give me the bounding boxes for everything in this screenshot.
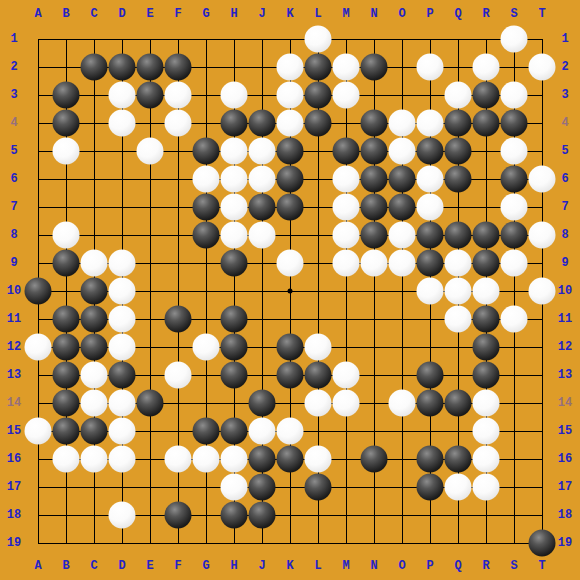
col-label-top-C: C bbox=[90, 7, 97, 21]
black-stone-P16[interactable] bbox=[417, 446, 444, 473]
col-label-bottom-D: D bbox=[118, 559, 125, 573]
col-label-top-N: N bbox=[370, 7, 377, 21]
white-stone-K4[interactable] bbox=[277, 110, 304, 137]
black-stone-G5[interactable] bbox=[193, 138, 220, 165]
col-label-top-E: E bbox=[146, 7, 153, 21]
black-stone-P5[interactable] bbox=[417, 138, 444, 165]
black-stone-K13[interactable] bbox=[277, 362, 304, 389]
white-stone-K2[interactable] bbox=[277, 54, 304, 81]
black-stone-H13[interactable] bbox=[221, 362, 248, 389]
black-stone-H12[interactable] bbox=[221, 334, 248, 361]
row-label-left-10: 10 bbox=[7, 284, 21, 298]
black-stone-B12[interactable] bbox=[53, 334, 80, 361]
white-stone-H17[interactable] bbox=[221, 474, 248, 501]
white-stone-Q3[interactable] bbox=[445, 82, 472, 109]
white-stone-C13[interactable] bbox=[81, 362, 108, 389]
white-stone-M13[interactable] bbox=[333, 362, 360, 389]
white-stone-O9[interactable] bbox=[389, 250, 416, 277]
black-stone-M5[interactable] bbox=[333, 138, 360, 165]
white-stone-S5[interactable] bbox=[501, 138, 528, 165]
white-stone-B8[interactable] bbox=[53, 222, 80, 249]
white-stone-R10[interactable] bbox=[473, 278, 500, 305]
star-point-K10 bbox=[288, 289, 293, 294]
black-stone-E2[interactable] bbox=[137, 54, 164, 81]
white-stone-O14[interactable] bbox=[389, 390, 416, 417]
black-stone-G8[interactable] bbox=[193, 222, 220, 249]
row-label-left-16: 16 bbox=[7, 452, 21, 466]
white-stone-G16[interactable] bbox=[193, 446, 220, 473]
black-stone-P8[interactable] bbox=[417, 222, 444, 249]
black-stone-B11[interactable] bbox=[53, 306, 80, 333]
white-stone-C14[interactable] bbox=[81, 390, 108, 417]
black-stone-J14[interactable] bbox=[249, 390, 276, 417]
row-label-left-6: 6 bbox=[10, 172, 17, 186]
black-stone-S4[interactable] bbox=[501, 110, 528, 137]
col-label-bottom-R: R bbox=[482, 559, 489, 573]
white-stone-N9[interactable] bbox=[361, 250, 388, 277]
black-stone-L4[interactable] bbox=[305, 110, 332, 137]
white-stone-D4[interactable] bbox=[109, 110, 136, 137]
black-stone-K16[interactable] bbox=[277, 446, 304, 473]
black-stone-B13[interactable] bbox=[53, 362, 80, 389]
row-label-right-3: 3 bbox=[561, 88, 568, 102]
white-stone-T8[interactable] bbox=[529, 222, 556, 249]
black-stone-B3[interactable] bbox=[53, 82, 80, 109]
white-stone-M14[interactable] bbox=[333, 390, 360, 417]
white-stone-D15[interactable] bbox=[109, 418, 136, 445]
row-label-right-16: 16 bbox=[558, 452, 572, 466]
white-stone-E5[interactable] bbox=[137, 138, 164, 165]
black-stone-B9[interactable] bbox=[53, 250, 80, 277]
black-stone-J7[interactable] bbox=[249, 194, 276, 221]
white-stone-F13[interactable] bbox=[165, 362, 192, 389]
row-label-right-8: 8 bbox=[561, 228, 568, 242]
col-label-bottom-Q: Q bbox=[454, 559, 461, 573]
col-label-bottom-E: E bbox=[146, 559, 153, 573]
white-stone-K3[interactable] bbox=[277, 82, 304, 109]
black-stone-B14[interactable] bbox=[53, 390, 80, 417]
white-stone-J8[interactable] bbox=[249, 222, 276, 249]
black-stone-H18[interactable] bbox=[221, 502, 248, 529]
black-stone-A10[interactable] bbox=[25, 278, 52, 305]
col-label-top-M: M bbox=[342, 7, 349, 21]
black-stone-J4[interactable] bbox=[249, 110, 276, 137]
white-stone-O4[interactable] bbox=[389, 110, 416, 137]
black-stone-F2[interactable] bbox=[165, 54, 192, 81]
white-stone-M2[interactable] bbox=[333, 54, 360, 81]
white-stone-J6[interactable] bbox=[249, 166, 276, 193]
row-label-right-4: 4 bbox=[561, 116, 568, 130]
col-label-top-Q: Q bbox=[454, 7, 461, 21]
white-stone-Q17[interactable] bbox=[445, 474, 472, 501]
row-label-right-19: 19 bbox=[558, 536, 572, 550]
black-stone-L13[interactable] bbox=[305, 362, 332, 389]
white-stone-T2[interactable] bbox=[529, 54, 556, 81]
row-label-left-14: 14 bbox=[7, 396, 21, 410]
white-stone-M7[interactable] bbox=[333, 194, 360, 221]
white-stone-H6[interactable] bbox=[221, 166, 248, 193]
black-stone-P13[interactable] bbox=[417, 362, 444, 389]
black-stone-C10[interactable] bbox=[81, 278, 108, 305]
goban: AABBCCDDEEFFGGHHJJKKLLMMNNOOPPQQRRSSTT11… bbox=[0, 0, 580, 580]
white-stone-D10[interactable] bbox=[109, 278, 136, 305]
black-stone-O6[interactable] bbox=[389, 166, 416, 193]
row-label-right-10: 10 bbox=[558, 284, 572, 298]
black-stone-R13[interactable] bbox=[473, 362, 500, 389]
col-label-top-P: P bbox=[426, 7, 433, 21]
black-stone-Q6[interactable] bbox=[445, 166, 472, 193]
black-stone-N4[interactable] bbox=[361, 110, 388, 137]
white-stone-R14[interactable] bbox=[473, 390, 500, 417]
white-stone-A12[interactable] bbox=[25, 334, 52, 361]
white-stone-P10[interactable] bbox=[417, 278, 444, 305]
row-label-left-19: 19 bbox=[7, 536, 21, 550]
white-stone-S3[interactable] bbox=[501, 82, 528, 109]
white-stone-A15[interactable] bbox=[25, 418, 52, 445]
black-stone-P14[interactable] bbox=[417, 390, 444, 417]
black-stone-H4[interactable] bbox=[221, 110, 248, 137]
row-label-left-17: 17 bbox=[7, 480, 21, 494]
white-stone-F4[interactable] bbox=[165, 110, 192, 137]
black-stone-R3[interactable] bbox=[473, 82, 500, 109]
white-stone-M6[interactable] bbox=[333, 166, 360, 193]
black-stone-R4[interactable] bbox=[473, 110, 500, 137]
row-label-left-1: 1 bbox=[10, 32, 17, 46]
white-stone-Q11[interactable] bbox=[445, 306, 472, 333]
col-label-bottom-M: M bbox=[342, 559, 349, 573]
black-stone-P17[interactable] bbox=[417, 474, 444, 501]
white-stone-F3[interactable] bbox=[165, 82, 192, 109]
black-stone-B15[interactable] bbox=[53, 418, 80, 445]
white-stone-B16[interactable] bbox=[53, 446, 80, 473]
row-label-right-2: 2 bbox=[561, 60, 568, 74]
black-stone-K7[interactable] bbox=[277, 194, 304, 221]
black-stone-L3[interactable] bbox=[305, 82, 332, 109]
col-label-bottom-T: T bbox=[538, 559, 545, 573]
black-stone-L2[interactable] bbox=[305, 54, 332, 81]
black-stone-Q8[interactable] bbox=[445, 222, 472, 249]
row-label-right-5: 5 bbox=[561, 144, 568, 158]
black-stone-N5[interactable] bbox=[361, 138, 388, 165]
white-stone-C16[interactable] bbox=[81, 446, 108, 473]
black-stone-R8[interactable] bbox=[473, 222, 500, 249]
black-stone-O7[interactable] bbox=[389, 194, 416, 221]
col-label-bottom-L: L bbox=[314, 559, 321, 573]
row-label-right-14: 14 bbox=[558, 396, 572, 410]
black-stone-K6[interactable] bbox=[277, 166, 304, 193]
white-stone-H16[interactable] bbox=[221, 446, 248, 473]
white-stone-C9[interactable] bbox=[81, 250, 108, 277]
col-label-bottom-P: P bbox=[426, 559, 433, 573]
col-label-top-K: K bbox=[286, 7, 293, 21]
row-label-left-9: 9 bbox=[10, 256, 17, 270]
white-stone-O5[interactable] bbox=[389, 138, 416, 165]
white-stone-S11[interactable] bbox=[501, 306, 528, 333]
white-stone-P4[interactable] bbox=[417, 110, 444, 137]
black-stone-B4[interactable] bbox=[53, 110, 80, 137]
col-label-top-O: O bbox=[398, 7, 405, 21]
white-stone-T10[interactable] bbox=[529, 278, 556, 305]
white-stone-L14[interactable] bbox=[305, 390, 332, 417]
black-stone-R9[interactable] bbox=[473, 250, 500, 277]
black-stone-N8[interactable] bbox=[361, 222, 388, 249]
black-stone-P9[interactable] bbox=[417, 250, 444, 277]
white-stone-D18[interactable] bbox=[109, 502, 136, 529]
black-stone-K5[interactable] bbox=[277, 138, 304, 165]
black-stone-C2[interactable] bbox=[81, 54, 108, 81]
white-stone-R17[interactable] bbox=[473, 474, 500, 501]
col-label-top-T: T bbox=[538, 7, 545, 21]
row-label-right-17: 17 bbox=[558, 480, 572, 494]
black-stone-F11[interactable] bbox=[165, 306, 192, 333]
row-label-left-2: 2 bbox=[10, 60, 17, 74]
white-stone-T6[interactable] bbox=[529, 166, 556, 193]
black-stone-N6[interactable] bbox=[361, 166, 388, 193]
black-stone-L17[interactable] bbox=[305, 474, 332, 501]
col-label-bottom-C: C bbox=[90, 559, 97, 573]
col-label-top-F: F bbox=[174, 7, 181, 21]
row-label-right-18: 18 bbox=[558, 508, 572, 522]
row-label-left-13: 13 bbox=[7, 368, 21, 382]
black-stone-C15[interactable] bbox=[81, 418, 108, 445]
black-stone-H15[interactable] bbox=[221, 418, 248, 445]
white-stone-D12[interactable] bbox=[109, 334, 136, 361]
row-label-left-15: 15 bbox=[7, 424, 21, 438]
black-stone-E3[interactable] bbox=[137, 82, 164, 109]
white-stone-S1[interactable] bbox=[501, 26, 528, 53]
col-label-top-D: D bbox=[118, 7, 125, 21]
black-stone-G15[interactable] bbox=[193, 418, 220, 445]
white-stone-M8[interactable] bbox=[333, 222, 360, 249]
white-stone-F16[interactable] bbox=[165, 446, 192, 473]
white-stone-S7[interactable] bbox=[501, 194, 528, 221]
white-stone-D9[interactable] bbox=[109, 250, 136, 277]
white-stone-G6[interactable] bbox=[193, 166, 220, 193]
col-label-top-R: R bbox=[482, 7, 489, 21]
row-label-left-12: 12 bbox=[7, 340, 21, 354]
white-stone-D16[interactable] bbox=[109, 446, 136, 473]
black-stone-C11[interactable] bbox=[81, 306, 108, 333]
white-stone-M3[interactable] bbox=[333, 82, 360, 109]
white-stone-B5[interactable] bbox=[53, 138, 80, 165]
black-stone-Q16[interactable] bbox=[445, 446, 472, 473]
white-stone-G12[interactable] bbox=[193, 334, 220, 361]
white-stone-R2[interactable] bbox=[473, 54, 500, 81]
row-label-left-3: 3 bbox=[10, 88, 17, 102]
black-stone-R12[interactable] bbox=[473, 334, 500, 361]
col-label-bottom-B: B bbox=[62, 559, 69, 573]
row-label-left-11: 11 bbox=[7, 312, 21, 326]
col-label-bottom-S: S bbox=[510, 559, 517, 573]
white-stone-H3[interactable] bbox=[221, 82, 248, 109]
col-label-top-L: L bbox=[314, 7, 321, 21]
white-stone-K9[interactable] bbox=[277, 250, 304, 277]
white-stone-H7[interactable] bbox=[221, 194, 248, 221]
col-label-top-J: J bbox=[258, 7, 265, 21]
row-label-right-7: 7 bbox=[561, 200, 568, 214]
white-stone-H5[interactable] bbox=[221, 138, 248, 165]
black-stone-N16[interactable] bbox=[361, 446, 388, 473]
white-stone-L16[interactable] bbox=[305, 446, 332, 473]
row-label-right-6: 6 bbox=[561, 172, 568, 186]
white-stone-L12[interactable] bbox=[305, 334, 332, 361]
row-label-right-11: 11 bbox=[558, 312, 572, 326]
black-stone-S6[interactable] bbox=[501, 166, 528, 193]
row-label-left-8: 8 bbox=[10, 228, 17, 242]
row-label-left-4: 4 bbox=[10, 116, 17, 130]
white-stone-J5[interactable] bbox=[249, 138, 276, 165]
col-label-bottom-H: H bbox=[230, 559, 237, 573]
col-label-top-A: A bbox=[34, 7, 41, 21]
col-label-bottom-N: N bbox=[370, 559, 377, 573]
black-stone-H11[interactable] bbox=[221, 306, 248, 333]
row-label-left-7: 7 bbox=[10, 200, 17, 214]
black-stone-C12[interactable] bbox=[81, 334, 108, 361]
col-label-bottom-A: A bbox=[34, 559, 41, 573]
black-stone-N2[interactable] bbox=[361, 54, 388, 81]
black-stone-N7[interactable] bbox=[361, 194, 388, 221]
row-label-right-15: 15 bbox=[558, 424, 572, 438]
col-label-bottom-G: G bbox=[202, 559, 209, 573]
row-label-right-12: 12 bbox=[558, 340, 572, 354]
row-label-right-9: 9 bbox=[561, 256, 568, 270]
white-stone-K15[interactable] bbox=[277, 418, 304, 445]
white-stone-S9[interactable] bbox=[501, 250, 528, 277]
row-label-left-18: 18 bbox=[7, 508, 21, 522]
col-label-top-B: B bbox=[62, 7, 69, 21]
col-label-bottom-F: F bbox=[174, 559, 181, 573]
black-stone-R11[interactable] bbox=[473, 306, 500, 333]
col-label-top-G: G bbox=[202, 7, 209, 21]
white-stone-P6[interactable] bbox=[417, 166, 444, 193]
black-stone-D2[interactable] bbox=[109, 54, 136, 81]
white-stone-R15[interactable] bbox=[473, 418, 500, 445]
col-label-bottom-K: K bbox=[286, 559, 293, 573]
black-stone-Q14[interactable] bbox=[445, 390, 472, 417]
col-label-bottom-J: J bbox=[258, 559, 265, 573]
white-stone-H8[interactable] bbox=[221, 222, 248, 249]
black-stone-J17[interactable] bbox=[249, 474, 276, 501]
white-stone-D14[interactable] bbox=[109, 390, 136, 417]
black-stone-Q4[interactable] bbox=[445, 110, 472, 137]
black-stone-E14[interactable] bbox=[137, 390, 164, 417]
black-stone-Q5[interactable] bbox=[445, 138, 472, 165]
row-label-right-13: 13 bbox=[558, 368, 572, 382]
black-stone-K12[interactable] bbox=[277, 334, 304, 361]
white-stone-Q10[interactable] bbox=[445, 278, 472, 305]
white-stone-P7[interactable] bbox=[417, 194, 444, 221]
white-stone-J15[interactable] bbox=[249, 418, 276, 445]
col-label-top-S: S bbox=[510, 7, 517, 21]
black-stone-D13[interactable] bbox=[109, 362, 136, 389]
black-stone-T19[interactable] bbox=[529, 530, 556, 557]
black-stone-S8[interactable] bbox=[501, 222, 528, 249]
white-stone-D3[interactable] bbox=[109, 82, 136, 109]
white-stone-P2[interactable] bbox=[417, 54, 444, 81]
white-stone-Q9[interactable] bbox=[445, 250, 472, 277]
col-label-bottom-O: O bbox=[398, 559, 405, 573]
white-stone-R16[interactable] bbox=[473, 446, 500, 473]
col-label-top-H: H bbox=[230, 7, 237, 21]
black-stone-J18[interactable] bbox=[249, 502, 276, 529]
white-stone-M9[interactable] bbox=[333, 250, 360, 277]
white-stone-D11[interactable] bbox=[109, 306, 136, 333]
black-stone-J16[interactable] bbox=[249, 446, 276, 473]
white-stone-L1[interactable] bbox=[305, 26, 332, 53]
white-stone-O8[interactable] bbox=[389, 222, 416, 249]
black-stone-G7[interactable] bbox=[193, 194, 220, 221]
row-label-right-1: 1 bbox=[561, 32, 568, 46]
row-label-left-5: 5 bbox=[10, 144, 17, 158]
black-stone-H9[interactable] bbox=[221, 250, 248, 277]
black-stone-F18[interactable] bbox=[165, 502, 192, 529]
